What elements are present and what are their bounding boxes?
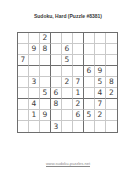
- given-digit-r8c2: 1: [29, 110, 40, 121]
- cell-r7c3: [40, 99, 51, 110]
- given-digit-r5c8: 5: [95, 77, 106, 88]
- cell-r9c6: [73, 121, 84, 132]
- cell-r6c5: [62, 88, 73, 99]
- cell-r4c1: [18, 66, 29, 77]
- cell-r8c5: [62, 110, 73, 121]
- cell-r8c9: [106, 110, 117, 121]
- given-digit-r8c8: 2: [95, 110, 106, 121]
- given-digit-r6c6: 1: [73, 88, 84, 99]
- cell-r1c4: [51, 33, 62, 44]
- given-digit-r3c1: 7: [18, 55, 29, 66]
- cell-r2c1: [18, 44, 29, 55]
- cell-r1c6: [73, 33, 84, 44]
- cell-r3c4: [51, 55, 62, 66]
- cell-r7c9: [106, 99, 117, 110]
- puzzle-page: Sudoku, Hard (Puzzle #8381) 298675693275…: [0, 0, 136, 176]
- cell-r3c6: [73, 55, 84, 66]
- given-digit-r5c6: 7: [73, 77, 84, 88]
- cell-r1c1: [18, 33, 29, 44]
- cell-r9c3: [40, 121, 51, 132]
- cell-r6c1: [18, 88, 29, 99]
- sudoku-grid: 2986756932758561424827196523: [17, 32, 118, 133]
- cell-r4c5: [62, 66, 73, 77]
- given-digit-r5c2: 3: [29, 77, 40, 88]
- cell-r5c7: [84, 77, 95, 88]
- given-digit-r2c2: 9: [29, 44, 40, 55]
- cell-r2c9: [106, 44, 117, 55]
- given-digit-r5c9: 8: [106, 77, 117, 88]
- cell-r7c5: [62, 99, 73, 110]
- cell-r8c4: [51, 110, 62, 121]
- cell-r3c3: [40, 55, 51, 66]
- puzzle-title: Sudoku, Hard (Puzzle #8381): [0, 13, 136, 19]
- cell-r1c2: [29, 33, 40, 44]
- cell-r9c8: [95, 121, 106, 132]
- cell-r5c1: [18, 77, 29, 88]
- cell-r3c8: [95, 55, 106, 66]
- given-digit-r6c8: 4: [95, 88, 106, 99]
- given-digit-r6c3: 5: [40, 88, 51, 99]
- cell-r7c7: [84, 99, 95, 110]
- cell-r3c2: [29, 55, 40, 66]
- cell-r9c2: [29, 121, 40, 132]
- given-digit-r6c4: 6: [51, 88, 62, 99]
- given-digit-r8c3: 9: [40, 110, 51, 121]
- cell-r7c1: [18, 99, 29, 110]
- given-digit-r9c4: 3: [51, 121, 62, 132]
- given-digit-r3c5: 5: [62, 55, 73, 66]
- cell-r2c8: [95, 44, 106, 55]
- cell-r9c1: [18, 121, 29, 132]
- cell-r4c4: [51, 66, 62, 77]
- cell-r1c7: [84, 33, 95, 44]
- given-digit-r4c7: 6: [84, 66, 95, 77]
- cell-r4c6: [73, 66, 84, 77]
- given-digit-r1c3: 2: [40, 33, 51, 44]
- cell-r6c7: [84, 88, 95, 99]
- given-digit-r5c5: 2: [62, 77, 73, 88]
- given-digit-r2c5: 6: [62, 44, 73, 55]
- given-digit-r2c3: 8: [40, 44, 51, 55]
- given-digit-r7c8: 7: [95, 99, 106, 110]
- cell-r5c4: [51, 77, 62, 88]
- cell-r4c3: [40, 66, 51, 77]
- cell-r8c1: [18, 110, 29, 121]
- cell-r9c5: [62, 121, 73, 132]
- given-digit-r8c7: 5: [84, 110, 95, 121]
- cell-r3c9: [106, 55, 117, 66]
- cell-r9c9: [106, 121, 117, 132]
- cell-r4c2: [29, 66, 40, 77]
- cell-r2c7: [84, 44, 95, 55]
- cell-r4c9: [106, 66, 117, 77]
- cell-r3c7: [84, 55, 95, 66]
- given-digit-r4c8: 9: [95, 66, 106, 77]
- cell-r1c9: [106, 33, 117, 44]
- given-digit-r7c6: 2: [73, 99, 84, 110]
- footer-url: www.sudoku-puzzles.net: [0, 161, 136, 166]
- cell-r1c8: [95, 33, 106, 44]
- given-digit-r8c6: 6: [73, 110, 84, 121]
- cell-r2c4: [51, 44, 62, 55]
- given-digit-r7c2: 4: [29, 99, 40, 110]
- cell-r1c5: [62, 33, 73, 44]
- cell-r5c3: [40, 77, 51, 88]
- given-digit-r7c4: 8: [51, 99, 62, 110]
- cell-r6c2: [29, 88, 40, 99]
- cell-r2c6: [73, 44, 84, 55]
- cell-r9c7: [84, 121, 95, 132]
- given-digit-r6c9: 2: [106, 88, 117, 99]
